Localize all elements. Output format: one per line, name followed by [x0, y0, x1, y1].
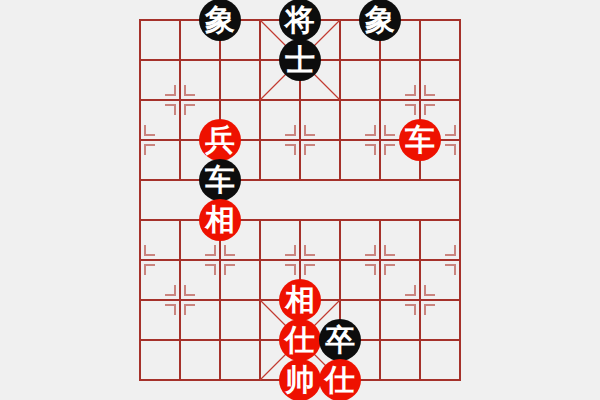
red-elephant-left-piece[interactable]: 相 — [199, 199, 241, 241]
red-elephant-center-piece[interactable]: 相 — [279, 279, 321, 321]
xiangqi-board: 象将象士兵车车相相仕卒帅仕 — [0, 0, 600, 400]
red-chariot-piece[interactable]: 车 — [399, 119, 441, 161]
black-chariot-piece[interactable]: 车 — [199, 159, 241, 201]
red-advisor-right-piece[interactable]: 仕 — [319, 359, 361, 400]
black-elephant-right-piece[interactable]: 象 — [359, 0, 401, 41]
red-soldier-piece[interactable]: 兵 — [199, 119, 241, 161]
black-general-piece[interactable]: 将 — [279, 0, 321, 41]
black-advisor-piece[interactable]: 士 — [279, 39, 321, 81]
red-general-piece[interactable]: 帅 — [279, 359, 321, 400]
red-advisor-center-piece[interactable]: 仕 — [279, 319, 321, 361]
board-grid: 象将象士兵车车相相仕卒帅仕 — [120, 0, 480, 400]
black-elephant-left-piece[interactable]: 象 — [199, 0, 241, 41]
black-soldier-piece[interactable]: 卒 — [319, 319, 361, 361]
